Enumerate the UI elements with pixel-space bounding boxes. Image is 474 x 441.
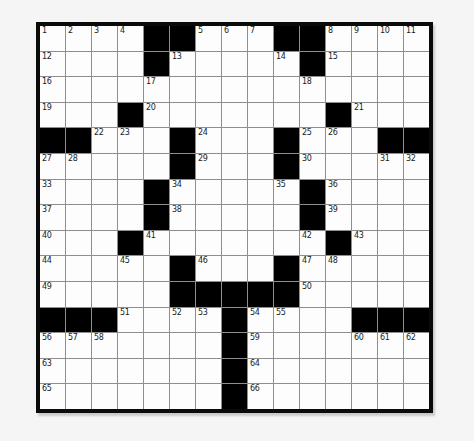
cell-r13c3[interactable]: 58 xyxy=(92,333,117,358)
cell-r12c6[interactable]: 52 xyxy=(170,308,195,333)
cell-r11c13[interactable] xyxy=(352,282,377,307)
cell-r8c12[interactable]: 39 xyxy=(326,205,351,230)
cell-r15c9[interactable]: 66 xyxy=(248,384,273,409)
black-cell-r13c8 xyxy=(222,333,247,358)
cell-r7c4[interactable] xyxy=(118,180,143,205)
cell-r1c12[interactable]: 8 xyxy=(326,26,351,51)
cell-r11c1[interactable]: 49 xyxy=(40,282,65,307)
black-cell-r14c8 xyxy=(222,359,247,384)
cell-r13c13[interactable]: 60 xyxy=(352,333,377,358)
cell-r4c6[interactable] xyxy=(170,103,195,128)
cell-r3c5[interactable]: 17 xyxy=(144,77,169,102)
cell-r11c12[interactable] xyxy=(326,282,351,307)
crossword-grid: 1234567891011121314151617181920212223242… xyxy=(40,26,429,409)
cell-r10c8[interactable] xyxy=(222,256,247,281)
clue-number-15: 15 xyxy=(328,53,338,61)
cell-r13c5[interactable] xyxy=(144,333,169,358)
crossword-board: 1234567891011121314151617181920212223242… xyxy=(36,22,433,413)
clue-number-57: 57 xyxy=(68,334,78,342)
cell-r14c6[interactable] xyxy=(170,359,195,384)
cell-r3c2[interactable] xyxy=(66,77,91,102)
clue-number-63: 63 xyxy=(42,360,52,368)
cell-r4c2[interactable] xyxy=(66,103,91,128)
clue-number-28: 28 xyxy=(68,155,78,163)
clue-number-48: 48 xyxy=(328,257,338,265)
cell-r14c15[interactable] xyxy=(404,359,429,384)
black-cell-r2c11 xyxy=(300,52,325,77)
cell-r12c12[interactable] xyxy=(326,308,351,333)
clue-number-33: 33 xyxy=(42,181,52,189)
clue-number-40: 40 xyxy=(42,232,52,240)
black-cell-r12c15 xyxy=(404,308,429,333)
clue-number-5: 5 xyxy=(198,27,203,35)
cell-r6c13[interactable] xyxy=(352,154,377,179)
cell-r3c12[interactable] xyxy=(326,77,351,102)
cell-r3c10[interactable] xyxy=(274,77,299,102)
black-cell-r11c6 xyxy=(170,282,195,307)
cell-r13c2[interactable]: 57 xyxy=(66,333,91,358)
cell-r6c2[interactable]: 28 xyxy=(66,154,91,179)
black-cell-r7c11 xyxy=(300,180,325,205)
black-cell-r6c6 xyxy=(170,154,195,179)
cell-r15c1[interactable]: 65 xyxy=(40,384,65,409)
cell-r8c15[interactable] xyxy=(404,205,429,230)
cell-r12c11[interactable] xyxy=(300,308,325,333)
cell-r3c7[interactable] xyxy=(196,77,221,102)
clue-number-60: 60 xyxy=(354,334,364,342)
cell-r13c1[interactable]: 56 xyxy=(40,333,65,358)
cell-r12c10[interactable]: 55 xyxy=(274,308,299,333)
clue-number-58: 58 xyxy=(94,334,104,342)
cell-r4c9[interactable] xyxy=(248,103,273,128)
clue-number-11: 11 xyxy=(406,27,416,35)
clue-number-12: 12 xyxy=(42,53,52,61)
cell-r8c3[interactable] xyxy=(92,205,117,230)
black-cell-r8c11 xyxy=(300,205,325,230)
cell-r15c5[interactable] xyxy=(144,384,169,409)
cell-r2c14[interactable] xyxy=(378,52,403,77)
cell-r15c12[interactable] xyxy=(326,384,351,409)
cell-r7c8[interactable] xyxy=(222,180,247,205)
clue-number-45: 45 xyxy=(120,257,130,265)
clue-number-66: 66 xyxy=(250,385,260,393)
black-cell-r2c5 xyxy=(144,52,169,77)
clue-number-65: 65 xyxy=(42,385,52,393)
cell-r6c3[interactable] xyxy=(92,154,117,179)
cell-r13c4[interactable] xyxy=(118,333,143,358)
cell-r2c6[interactable]: 13 xyxy=(170,52,195,77)
cell-r11c14[interactable] xyxy=(378,282,403,307)
cell-r9c5[interactable]: 41 xyxy=(144,231,169,256)
cell-r9c6[interactable] xyxy=(170,231,195,256)
cell-r7c1[interactable]: 33 xyxy=(40,180,65,205)
cell-r13c9[interactable]: 59 xyxy=(248,333,273,358)
cell-r5c4[interactable]: 23 xyxy=(118,128,143,153)
black-cell-r12c2 xyxy=(66,308,91,333)
black-cell-r5c6 xyxy=(170,128,195,153)
cell-r2c13[interactable] xyxy=(352,52,377,77)
cell-r5c8[interactable] xyxy=(222,128,247,153)
cell-r2c10[interactable]: 14 xyxy=(274,52,299,77)
cell-r8c6[interactable]: 38 xyxy=(170,205,195,230)
cell-r11c11[interactable]: 50 xyxy=(300,282,325,307)
cell-r8c13[interactable] xyxy=(352,205,377,230)
cell-r4c11[interactable] xyxy=(300,103,325,128)
cell-r6c14[interactable]: 31 xyxy=(378,154,403,179)
black-cell-r12c1 xyxy=(40,308,65,333)
cell-r2c7[interactable] xyxy=(196,52,221,77)
clue-number-53: 53 xyxy=(198,309,208,317)
black-cell-r9c12 xyxy=(326,231,351,256)
cell-r1c2[interactable]: 2 xyxy=(66,26,91,51)
cell-r1c8[interactable]: 6 xyxy=(222,26,247,51)
cell-r6c5[interactable] xyxy=(144,154,169,179)
cell-r7c15[interactable] xyxy=(404,180,429,205)
black-cell-r1c11 xyxy=(300,26,325,51)
cell-r2c3[interactable] xyxy=(92,52,117,77)
cell-r15c11[interactable] xyxy=(300,384,325,409)
cell-r2c9[interactable] xyxy=(248,52,273,77)
clue-number-4: 4 xyxy=(120,27,125,35)
black-cell-r12c8 xyxy=(222,308,247,333)
cell-r6c8[interactable] xyxy=(222,154,247,179)
black-cell-r5c15 xyxy=(404,128,429,153)
cell-r10c14[interactable] xyxy=(378,256,403,281)
black-cell-r5c10 xyxy=(274,128,299,153)
clue-number-50: 50 xyxy=(302,283,312,291)
clue-number-20: 20 xyxy=(146,104,156,112)
cell-r5c11[interactable]: 25 xyxy=(300,128,325,153)
black-cell-r12c3 xyxy=(92,308,117,333)
cell-r7c3[interactable] xyxy=(92,180,117,205)
cell-r1c3[interactable]: 3 xyxy=(92,26,117,51)
cell-r11c2[interactable] xyxy=(66,282,91,307)
cell-r6c11[interactable]: 30 xyxy=(300,154,325,179)
clue-number-25: 25 xyxy=(302,129,312,137)
clue-number-51: 51 xyxy=(120,309,130,317)
clue-number-2: 2 xyxy=(68,27,73,35)
cell-r9c14[interactable] xyxy=(378,231,403,256)
black-cell-r11c10 xyxy=(274,282,299,307)
black-cell-r10c10 xyxy=(274,256,299,281)
cell-r8c2[interactable] xyxy=(66,205,91,230)
cell-r10c9[interactable] xyxy=(248,256,273,281)
cell-r8c10[interactable] xyxy=(274,205,299,230)
cell-r1c14[interactable]: 10 xyxy=(378,26,403,51)
cell-r1c7[interactable]: 5 xyxy=(196,26,221,51)
clue-number-59: 59 xyxy=(250,334,260,342)
clue-number-9: 9 xyxy=(354,27,359,35)
cell-r9c8[interactable] xyxy=(222,231,247,256)
clue-number-41: 41 xyxy=(146,232,156,240)
cell-r12c9[interactable]: 54 xyxy=(248,308,273,333)
cell-r7c10[interactable]: 35 xyxy=(274,180,299,205)
clue-number-7: 7 xyxy=(250,27,255,35)
clue-number-38: 38 xyxy=(172,206,182,214)
cell-r11c5[interactable] xyxy=(144,282,169,307)
black-cell-r5c14 xyxy=(378,128,403,153)
cell-r9c1[interactable]: 40 xyxy=(40,231,65,256)
cell-r6c1[interactable]: 27 xyxy=(40,154,65,179)
clue-number-49: 49 xyxy=(42,283,52,291)
black-cell-r7c5 xyxy=(144,180,169,205)
black-cell-r12c14 xyxy=(378,308,403,333)
cell-r13c6[interactable] xyxy=(170,333,195,358)
cell-r7c13[interactable] xyxy=(352,180,377,205)
cell-r14c7[interactable] xyxy=(196,359,221,384)
clue-number-1: 1 xyxy=(42,27,47,35)
clue-number-17: 17 xyxy=(146,78,156,86)
cell-r15c7[interactable] xyxy=(196,384,221,409)
clue-number-18: 18 xyxy=(302,78,312,86)
clue-number-54: 54 xyxy=(250,309,260,317)
cell-r13c14[interactable]: 61 xyxy=(378,333,403,358)
cell-r1c4[interactable]: 4 xyxy=(118,26,143,51)
cell-r9c3[interactable] xyxy=(92,231,117,256)
cell-r12c7[interactable]: 53 xyxy=(196,308,221,333)
cell-r3c13[interactable] xyxy=(352,77,377,102)
cell-r1c9[interactable]: 7 xyxy=(248,26,273,51)
black-cell-r11c9 xyxy=(248,282,273,307)
clue-number-22: 22 xyxy=(94,129,104,137)
black-cell-r1c6 xyxy=(170,26,195,51)
black-cell-r4c12 xyxy=(326,103,351,128)
cell-r5c9[interactable] xyxy=(248,128,273,153)
cell-r12c4[interactable]: 51 xyxy=(118,308,143,333)
cell-r10c15[interactable] xyxy=(404,256,429,281)
cell-r13c11[interactable] xyxy=(300,333,325,358)
cell-r9c10[interactable] xyxy=(274,231,299,256)
cell-r9c15[interactable] xyxy=(404,231,429,256)
cell-r6c7[interactable]: 29 xyxy=(196,154,221,179)
cell-r10c13[interactable] xyxy=(352,256,377,281)
black-cell-r5c2 xyxy=(66,128,91,153)
cell-r9c11[interactable]: 42 xyxy=(300,231,325,256)
clue-number-55: 55 xyxy=(276,309,286,317)
cell-r6c15[interactable]: 32 xyxy=(404,154,429,179)
cell-r14c10[interactable] xyxy=(274,359,299,384)
cell-r15c15[interactable] xyxy=(404,384,429,409)
crossword-page: 1234567891011121314151617181920212223242… xyxy=(0,0,474,441)
clue-number-61: 61 xyxy=(380,334,390,342)
cell-r3c4[interactable] xyxy=(118,77,143,102)
clue-number-23: 23 xyxy=(120,129,130,137)
cell-r4c13[interactable]: 21 xyxy=(352,103,377,128)
cell-r8c1[interactable]: 37 xyxy=(40,205,65,230)
black-cell-r4c4 xyxy=(118,103,143,128)
cell-r10c2[interactable] xyxy=(66,256,91,281)
cell-r3c3[interactable] xyxy=(92,77,117,102)
clue-number-42: 42 xyxy=(302,232,312,240)
black-cell-r15c8 xyxy=(222,384,247,409)
cell-r3c11[interactable]: 18 xyxy=(300,77,325,102)
cell-r10c12[interactable]: 48 xyxy=(326,256,351,281)
clue-number-19: 19 xyxy=(42,104,52,112)
cell-r5c3[interactable]: 22 xyxy=(92,128,117,153)
clue-number-47: 47 xyxy=(302,257,312,265)
cell-r11c4[interactable] xyxy=(118,282,143,307)
cell-r11c15[interactable] xyxy=(404,282,429,307)
cell-r9c7[interactable] xyxy=(196,231,221,256)
clue-number-26: 26 xyxy=(328,129,338,137)
black-cell-r10c6 xyxy=(170,256,195,281)
clue-number-10: 10 xyxy=(380,27,390,35)
clue-number-64: 64 xyxy=(250,360,260,368)
cell-r5c13[interactable] xyxy=(352,128,377,153)
cell-r2c15[interactable] xyxy=(404,52,429,77)
cell-r3c9[interactable] xyxy=(248,77,273,102)
cell-r7c9[interactable] xyxy=(248,180,273,205)
cell-r13c12[interactable] xyxy=(326,333,351,358)
cell-r3c8[interactable] xyxy=(222,77,247,102)
cell-r4c1[interactable]: 19 xyxy=(40,103,65,128)
cell-r2c2[interactable] xyxy=(66,52,91,77)
cell-r6c9[interactable] xyxy=(248,154,273,179)
cell-r14c2[interactable] xyxy=(66,359,91,384)
cell-r4c5[interactable]: 20 xyxy=(144,103,169,128)
cell-r11c3[interactable] xyxy=(92,282,117,307)
cell-r15c6[interactable] xyxy=(170,384,195,409)
cell-r15c3[interactable] xyxy=(92,384,117,409)
cell-r2c8[interactable] xyxy=(222,52,247,77)
cell-r9c9[interactable] xyxy=(248,231,273,256)
cell-r7c12[interactable]: 36 xyxy=(326,180,351,205)
black-cell-r5c1 xyxy=(40,128,65,153)
cell-r5c5[interactable] xyxy=(144,128,169,153)
clue-number-62: 62 xyxy=(406,334,416,342)
clue-number-29: 29 xyxy=(198,155,208,163)
clue-number-3: 3 xyxy=(94,27,99,35)
cell-r7c6[interactable]: 34 xyxy=(170,180,195,205)
clue-number-39: 39 xyxy=(328,206,338,214)
cell-r15c13[interactable] xyxy=(352,384,377,409)
cell-r8c7[interactable] xyxy=(196,205,221,230)
clue-number-56: 56 xyxy=(42,334,52,342)
cell-r15c14[interactable] xyxy=(378,384,403,409)
black-cell-r12c13 xyxy=(352,308,377,333)
cell-r10c1[interactable]: 44 xyxy=(40,256,65,281)
clue-number-36: 36 xyxy=(328,181,338,189)
black-cell-r1c5 xyxy=(144,26,169,51)
cell-r6c4[interactable] xyxy=(118,154,143,179)
cell-r1c15[interactable]: 11 xyxy=(404,26,429,51)
cell-r6c12[interactable] xyxy=(326,154,351,179)
cell-r8c14[interactable] xyxy=(378,205,403,230)
cell-r13c7[interactable] xyxy=(196,333,221,358)
cell-r3c6[interactable] xyxy=(170,77,195,102)
cell-r10c11[interactable]: 47 xyxy=(300,256,325,281)
cell-r2c12[interactable]: 15 xyxy=(326,52,351,77)
cell-r3c1[interactable]: 16 xyxy=(40,77,65,102)
clue-number-14: 14 xyxy=(276,53,286,61)
cell-r5c12[interactable]: 26 xyxy=(326,128,351,153)
cell-r5c7[interactable]: 24 xyxy=(196,128,221,153)
cell-r4c7[interactable] xyxy=(196,103,221,128)
cell-r13c10[interactable] xyxy=(274,333,299,358)
cell-r14c5[interactable] xyxy=(144,359,169,384)
cell-r8c9[interactable] xyxy=(248,205,273,230)
clue-number-34: 34 xyxy=(172,181,182,189)
clue-number-13: 13 xyxy=(172,53,182,61)
cell-r15c10[interactable] xyxy=(274,384,299,409)
clue-number-37: 37 xyxy=(42,206,52,214)
cell-r14c9[interactable]: 64 xyxy=(248,359,273,384)
cell-r10c4[interactable]: 45 xyxy=(118,256,143,281)
cell-r2c4[interactable] xyxy=(118,52,143,77)
cell-r7c14[interactable] xyxy=(378,180,403,205)
clue-number-24: 24 xyxy=(198,129,208,137)
cell-r4c15[interactable] xyxy=(404,103,429,128)
cell-r14c14[interactable] xyxy=(378,359,403,384)
clue-number-46: 46 xyxy=(198,257,208,265)
cell-r1c13[interactable]: 9 xyxy=(352,26,377,51)
cell-r14c4[interactable] xyxy=(118,359,143,384)
cell-r3c14[interactable] xyxy=(378,77,403,102)
cell-r7c7[interactable] xyxy=(196,180,221,205)
clue-number-35: 35 xyxy=(276,181,286,189)
cell-r9c13[interactable]: 43 xyxy=(352,231,377,256)
cell-r4c10[interactable] xyxy=(274,103,299,128)
cell-r14c1[interactable]: 63 xyxy=(40,359,65,384)
black-cell-r1c10 xyxy=(274,26,299,51)
cell-r14c12[interactable] xyxy=(326,359,351,384)
clue-number-27: 27 xyxy=(42,155,52,163)
cell-r8c8[interactable] xyxy=(222,205,247,230)
clue-number-43: 43 xyxy=(354,232,364,240)
cell-r8c4[interactable] xyxy=(118,205,143,230)
clue-number-44: 44 xyxy=(42,257,52,265)
cell-r14c3[interactable] xyxy=(92,359,117,384)
black-cell-r11c7 xyxy=(196,282,221,307)
cell-r14c13[interactable] xyxy=(352,359,377,384)
clue-number-32: 32 xyxy=(406,155,416,163)
cell-r10c7[interactable]: 46 xyxy=(196,256,221,281)
cell-r14c11[interactable] xyxy=(300,359,325,384)
cell-r15c2[interactable] xyxy=(66,384,91,409)
clue-number-31: 31 xyxy=(380,155,390,163)
cell-r13c15[interactable]: 62 xyxy=(404,333,429,358)
cell-r3c15[interactable] xyxy=(404,77,429,102)
cell-r15c4[interactable] xyxy=(118,384,143,409)
cell-r4c14[interactable] xyxy=(378,103,403,128)
cell-r10c5[interactable] xyxy=(144,256,169,281)
black-cell-r6c10 xyxy=(274,154,299,179)
clue-number-52: 52 xyxy=(172,309,182,317)
cell-r12c5[interactable] xyxy=(144,308,169,333)
cell-r4c8[interactable] xyxy=(222,103,247,128)
clue-number-16: 16 xyxy=(42,78,52,86)
cell-r4c3[interactable] xyxy=(92,103,117,128)
cell-r2c1[interactable]: 12 xyxy=(40,52,65,77)
black-cell-r8c5 xyxy=(144,205,169,230)
clue-number-8: 8 xyxy=(328,27,333,35)
black-cell-r11c8 xyxy=(222,282,247,307)
clue-number-30: 30 xyxy=(302,155,312,163)
cell-r7c2[interactable] xyxy=(66,180,91,205)
cell-r1c1[interactable]: 1 xyxy=(40,26,65,51)
clue-number-6: 6 xyxy=(224,27,229,35)
cell-r9c2[interactable] xyxy=(66,231,91,256)
clue-number-21: 21 xyxy=(354,104,364,112)
black-cell-r9c4 xyxy=(118,231,143,256)
cell-r10c3[interactable] xyxy=(92,256,117,281)
